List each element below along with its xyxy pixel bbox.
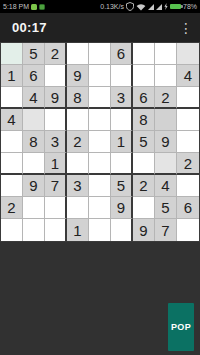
cell-r1c1[interactable]	[1, 43, 23, 65]
security-shield-icon	[126, 2, 134, 11]
cell-r8c2[interactable]	[23, 197, 45, 219]
charging-bolt-icon	[164, 3, 168, 10]
signal-icon-1	[148, 4, 154, 10]
cell-r2c6[interactable]	[111, 65, 133, 87]
clock: 5:18 PM	[3, 3, 29, 10]
cell-r5c2[interactable]: 8	[23, 131, 45, 153]
cell-r2c7[interactable]	[133, 65, 155, 87]
cell-r4c5[interactable]	[89, 109, 111, 131]
cell-r7c1[interactable]	[1, 175, 23, 197]
cell-r6c1[interactable]	[1, 153, 23, 175]
notification-icon-2	[39, 4, 45, 10]
cell-r1c3[interactable]: 2	[45, 43, 67, 65]
pop-button[interactable]: POP	[168, 303, 194, 351]
cell-r4c3[interactable]	[45, 109, 67, 131]
bottom-panel: POP	[0, 242, 200, 355]
cell-r5c3[interactable]: 3	[45, 131, 67, 153]
cell-r5c8[interactable]: 9	[155, 131, 177, 153]
cell-r8c7[interactable]	[133, 197, 155, 219]
cell-r3c2[interactable]: 4	[23, 87, 45, 109]
cell-r2c4[interactable]: 9	[67, 65, 89, 87]
cell-r3c5[interactable]	[89, 87, 111, 109]
cell-r4c1[interactable]: 4	[1, 109, 23, 131]
cell-r5c5[interactable]	[89, 131, 111, 153]
cell-r9c9[interactable]	[177, 219, 199, 241]
game-timer: 00:17	[12, 20, 47, 35]
cell-r5c6[interactable]: 1	[111, 131, 133, 153]
cell-r1c5[interactable]	[89, 43, 111, 65]
cell-r4c6[interactable]	[111, 109, 133, 131]
cell-r8c1[interactable]: 2	[1, 197, 23, 219]
wifi-icon	[136, 3, 146, 11]
app-bar: 00:17 ⋮	[0, 13, 200, 42]
cell-r8c5[interactable]	[89, 197, 111, 219]
cell-r7c5[interactable]	[89, 175, 111, 197]
cell-r4c9[interactable]	[177, 109, 199, 131]
cell-r3c9[interactable]	[177, 87, 199, 109]
cell-r2c9[interactable]: 4	[177, 65, 199, 87]
cell-r2c8[interactable]	[155, 65, 177, 87]
cell-r8c6[interactable]: 9	[111, 197, 133, 219]
cell-r9c1[interactable]	[1, 219, 23, 241]
cell-r2c3[interactable]	[45, 65, 67, 87]
cell-r3c6[interactable]: 3	[111, 87, 133, 109]
notification-icon-1	[31, 4, 37, 10]
cell-r1c8[interactable]	[155, 43, 177, 65]
cell-r5c4[interactable]: 2	[67, 131, 89, 153]
cell-r4c4[interactable]	[67, 109, 89, 131]
cell-r7c7[interactable]: 2	[133, 175, 155, 197]
cell-r7c4[interactable]: 3	[67, 175, 89, 197]
cell-r7c9[interactable]	[177, 175, 199, 197]
overflow-menu-icon[interactable]: ⋮	[179, 21, 193, 35]
cell-r6c3[interactable]: 1	[45, 153, 67, 175]
cell-r2c5[interactable]	[89, 65, 111, 87]
cell-r3c3[interactable]: 9	[45, 87, 67, 109]
cell-r9c7[interactable]: 9	[133, 219, 155, 241]
cell-r9c6[interactable]	[111, 219, 133, 241]
sudoku-board: 526169449836248832159129735242956197	[0, 42, 200, 242]
cell-r6c8[interactable]	[155, 153, 177, 175]
status-bar: 5:18 PM 0.13K/s 78%	[0, 0, 200, 13]
cell-r8c8[interactable]: 5	[155, 197, 177, 219]
battery-icon	[170, 4, 181, 9]
cell-r9c5[interactable]	[89, 219, 111, 241]
cell-r5c1[interactable]	[1, 131, 23, 153]
cell-r3c7[interactable]: 6	[133, 87, 155, 109]
screen: 5:18 PM 0.13K/s 78% 00:17 ⋮ 526169449836…	[0, 0, 200, 355]
cell-r5c9[interactable]	[177, 131, 199, 153]
cell-r5c7[interactable]: 5	[133, 131, 155, 153]
cell-r1c6[interactable]: 6	[111, 43, 133, 65]
cell-r8c3[interactable]	[45, 197, 67, 219]
cell-r9c2[interactable]	[23, 219, 45, 241]
cell-r4c8[interactable]	[155, 109, 177, 131]
cell-r2c2[interactable]: 6	[23, 65, 45, 87]
network-speed: 0.13K/s	[100, 3, 124, 10]
battery-percent: 78%	[183, 3, 197, 10]
cell-r8c9[interactable]: 6	[177, 197, 199, 219]
cell-r6c5[interactable]	[89, 153, 111, 175]
signal-icon-2	[156, 4, 162, 10]
cell-r6c7[interactable]	[133, 153, 155, 175]
cell-r6c4[interactable]	[67, 153, 89, 175]
cell-r1c4[interactable]	[67, 43, 89, 65]
cell-r6c9[interactable]: 2	[177, 153, 199, 175]
cell-r1c7[interactable]	[133, 43, 155, 65]
cell-r6c6[interactable]	[111, 153, 133, 175]
cell-r7c8[interactable]: 4	[155, 175, 177, 197]
cell-r1c9[interactable]	[177, 43, 199, 65]
cell-r4c7[interactable]: 8	[133, 109, 155, 131]
cell-r3c8[interactable]: 2	[155, 87, 177, 109]
cell-r6c2[interactable]	[23, 153, 45, 175]
cell-r3c1[interactable]	[1, 87, 23, 109]
cell-r9c3[interactable]	[45, 219, 67, 241]
cell-r2c1[interactable]: 1	[1, 65, 23, 87]
cell-r7c2[interactable]: 9	[23, 175, 45, 197]
cell-r7c3[interactable]: 7	[45, 175, 67, 197]
cell-r9c4[interactable]: 1	[67, 219, 89, 241]
cell-r7c6[interactable]: 5	[111, 175, 133, 197]
cell-r8c4[interactable]	[67, 197, 89, 219]
cell-r1c2[interactable]: 5	[23, 43, 45, 65]
cell-r3c4[interactable]: 8	[67, 87, 89, 109]
cell-r4c2[interactable]	[23, 109, 45, 131]
cell-r9c8[interactable]: 7	[155, 219, 177, 241]
